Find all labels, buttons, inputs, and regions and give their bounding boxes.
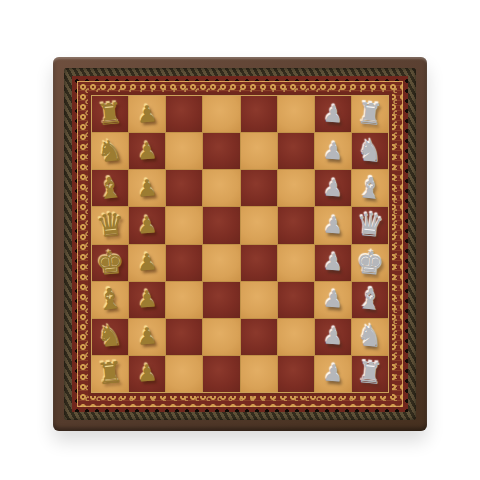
board-square[interactable]: ♞ — [92, 319, 128, 355]
chess-piece-gold-pawn[interactable]: ♟ — [136, 176, 158, 200]
board-square[interactable] — [166, 207, 202, 243]
gold-frame-line: ♜♟♟♜♞♟♟♞♝♟♟♝♛♟♟♛♚♟♟♚♝♟♟♝♞♟♟♞♜♟♟♜ — [91, 95, 389, 393]
chess-piece-silver-rook[interactable]: ♜ — [356, 98, 385, 129]
chess-piece-gold-pawn[interactable]: ♟ — [136, 325, 158, 349]
chess-set-photo: ♜♟♟♜♞♟♟♞♝♟♟♝♛♟♟♛♚♟♟♚♝♟♟♝♞♟♟♞♜♟♟♜ — [0, 0, 480, 480]
chess-board: ♜♟♟♜♞♟♟♞♝♟♟♝♛♟♟♛♚♟♟♚♝♟♟♝♞♟♟♞♜♟♟♜ — [92, 96, 388, 392]
board-square[interactable] — [241, 170, 277, 206]
carved-rope-border: ♜♟♟♜♞♟♟♞♝♟♟♝♛♟♟♛♚♟♟♚♝♟♟♝♞♟♟♞♜♟♟♜ — [64, 68, 416, 420]
board-square[interactable] — [166, 356, 202, 392]
board-square[interactable]: ♟ — [129, 96, 165, 132]
board-square[interactable]: ♞ — [92, 133, 128, 169]
board-square[interactable]: ♜ — [92, 96, 128, 132]
chess-piece-silver-pawn[interactable]: ♟ — [322, 362, 344, 386]
board-square[interactable]: ♜ — [352, 356, 388, 392]
board-square[interactable] — [241, 96, 277, 132]
chess-piece-gold-pawn[interactable]: ♟ — [136, 362, 158, 386]
chess-piece-silver-pawn[interactable]: ♟ — [322, 102, 344, 126]
board-square[interactable]: ♟ — [315, 133, 351, 169]
board-square[interactable]: ♝ — [92, 282, 128, 318]
board-square[interactable] — [166, 319, 202, 355]
board-square[interactable] — [166, 170, 202, 206]
board-square[interactable] — [203, 319, 239, 355]
chess-piece-silver-pawn[interactable]: ♟ — [322, 213, 344, 237]
board-square[interactable] — [166, 245, 202, 281]
board-square[interactable]: ♟ — [315, 207, 351, 243]
board-square[interactable]: ♚ — [92, 245, 128, 281]
board-square[interactable]: ♛ — [92, 207, 128, 243]
chess-piece-gold-pawn[interactable]: ♟ — [136, 287, 158, 311]
board-square[interactable]: ♟ — [129, 207, 165, 243]
board-square[interactable] — [278, 207, 314, 243]
board-square[interactable] — [241, 319, 277, 355]
board-square[interactable] — [166, 133, 202, 169]
chess-piece-gold-pawn[interactable]: ♟ — [136, 213, 158, 237]
board-square[interactable]: ♟ — [315, 356, 351, 392]
board-square[interactable]: ♞ — [352, 133, 388, 169]
chess-piece-gold-queen[interactable]: ♛ — [94, 208, 126, 243]
chess-piece-silver-rook[interactable]: ♜ — [356, 358, 385, 389]
board-square[interactable]: ♛ — [352, 207, 388, 243]
board-square[interactable]: ♟ — [129, 133, 165, 169]
board-square[interactable]: ♟ — [315, 319, 351, 355]
board-square[interactable]: ♜ — [92, 356, 128, 392]
chess-piece-silver-knight[interactable]: ♞ — [356, 321, 385, 352]
chess-piece-gold-bishop[interactable]: ♝ — [96, 284, 125, 315]
board-square[interactable]: ♟ — [129, 319, 165, 355]
chess-piece-gold-rook[interactable]: ♜ — [96, 358, 125, 389]
board-square[interactable] — [278, 133, 314, 169]
board-square[interactable] — [166, 282, 202, 318]
board-square[interactable] — [203, 356, 239, 392]
chess-piece-silver-pawn[interactable]: ♟ — [322, 325, 344, 349]
chess-piece-gold-knight[interactable]: ♞ — [96, 321, 125, 352]
board-square[interactable] — [278, 245, 314, 281]
board-square[interactable]: ♜ — [352, 96, 388, 132]
board-square[interactable] — [241, 133, 277, 169]
chess-piece-silver-pawn[interactable]: ♟ — [322, 250, 344, 274]
chess-piece-silver-pawn[interactable]: ♟ — [322, 139, 344, 163]
board-square[interactable] — [278, 170, 314, 206]
board-square[interactable]: ♚ — [352, 245, 388, 281]
chess-piece-silver-queen[interactable]: ♛ — [354, 208, 386, 243]
board-square[interactable] — [241, 356, 277, 392]
board-square[interactable] — [166, 96, 202, 132]
board-square[interactable]: ♝ — [92, 170, 128, 206]
board-square[interactable]: ♟ — [129, 356, 165, 392]
lacing-holes-border: ♜♟♟♜♞♟♟♞♝♟♟♝♛♟♟♛♚♟♟♚♝♟♟♝♞♟♟♞♜♟♟♜ — [72, 76, 408, 412]
board-square[interactable]: ♟ — [315, 96, 351, 132]
board-square[interactable]: ♟ — [315, 170, 351, 206]
chess-piece-gold-bishop[interactable]: ♝ — [96, 173, 125, 204]
board-square[interactable]: ♟ — [129, 282, 165, 318]
board-square[interactable] — [241, 245, 277, 281]
leather-border: ♜♟♟♜♞♟♟♞♝♟♟♝♛♟♟♛♚♟♟♚♝♟♟♝♞♟♟♞♜♟♟♜ — [53, 57, 427, 431]
board-square[interactable] — [203, 207, 239, 243]
board-square[interactable] — [203, 245, 239, 281]
board-square[interactable] — [203, 133, 239, 169]
chess-piece-gold-rook[interactable]: ♜ — [96, 98, 125, 129]
chess-piece-silver-bishop[interactable]: ♝ — [356, 173, 385, 204]
board-square[interactable] — [203, 170, 239, 206]
board-square[interactable]: ♞ — [352, 319, 388, 355]
gilt-filigree-border: ♜♟♟♜♞♟♟♞♝♟♟♝♛♟♟♛♚♟♟♚♝♟♟♝♞♟♟♞♜♟♟♜ — [77, 81, 403, 407]
board-square[interactable]: ♟ — [129, 245, 165, 281]
board-square[interactable]: ♝ — [352, 282, 388, 318]
chess-piece-silver-pawn[interactable]: ♟ — [322, 287, 344, 311]
chess-piece-silver-king[interactable]: ♚ — [354, 245, 386, 280]
chess-piece-silver-knight[interactable]: ♞ — [356, 135, 385, 166]
chess-piece-gold-pawn[interactable]: ♟ — [136, 139, 158, 163]
chess-piece-gold-pawn[interactable]: ♟ — [136, 102, 158, 126]
board-square[interactable]: ♟ — [315, 282, 351, 318]
board-square[interactable]: ♟ — [315, 245, 351, 281]
board-square[interactable] — [241, 207, 277, 243]
board-square[interactable] — [278, 282, 314, 318]
board-square[interactable] — [203, 96, 239, 132]
board-square[interactable]: ♟ — [129, 170, 165, 206]
board-square[interactable] — [241, 282, 277, 318]
board-square[interactable] — [278, 96, 314, 132]
board-square[interactable] — [278, 356, 314, 392]
chess-piece-silver-pawn[interactable]: ♟ — [322, 176, 344, 200]
board-square[interactable] — [278, 319, 314, 355]
chess-piece-gold-king[interactable]: ♚ — [94, 245, 126, 280]
chess-piece-gold-pawn[interactable]: ♟ — [136, 250, 158, 274]
inner-red-margin: ♜♟♟♜♞♟♟♞♝♟♟♝♛♟♟♛♚♟♟♚♝♟♟♝♞♟♟♞♜♟♟♜ — [88, 92, 392, 396]
board-square[interactable]: ♝ — [352, 170, 388, 206]
chess-piece-silver-bishop[interactable]: ♝ — [356, 284, 385, 315]
chess-piece-gold-knight[interactable]: ♞ — [96, 135, 125, 166]
board-square[interactable] — [203, 282, 239, 318]
